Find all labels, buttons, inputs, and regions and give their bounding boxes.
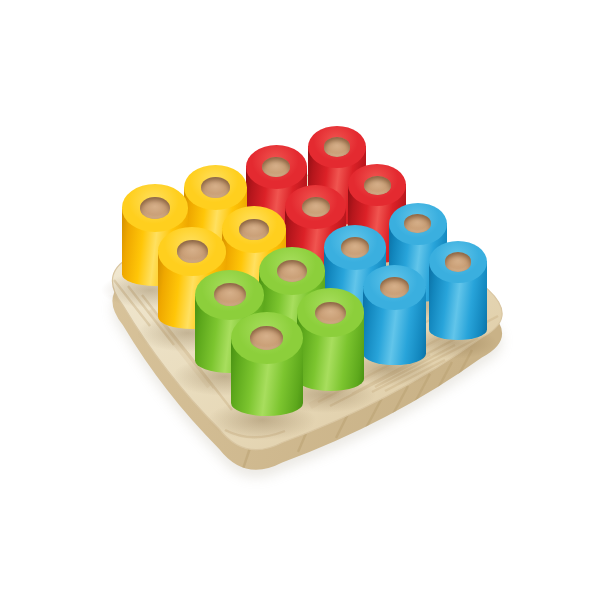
cylinder-hole [324, 137, 351, 156]
peg-blue-r3c3[interactable] [429, 241, 487, 345]
cylinder-hole [214, 283, 246, 306]
cylinder-hole [140, 197, 170, 219]
product-photo-stage [0, 0, 600, 600]
pegs-layer [0, 0, 600, 600]
cylinder-hole [315, 302, 346, 324]
cylinder-hole [239, 219, 269, 240]
cylinder-hole [177, 240, 208, 262]
cylinder-hole [341, 237, 370, 258]
peg-green-r3c1[interactable] [297, 288, 364, 395]
cylinder-hole [380, 277, 409, 298]
peg-green-r3c0[interactable] [231, 312, 303, 421]
cylinder-hole [445, 252, 472, 271]
peg-blue-r3c2[interactable] [363, 265, 426, 371]
cylinder-hole [364, 176, 391, 195]
